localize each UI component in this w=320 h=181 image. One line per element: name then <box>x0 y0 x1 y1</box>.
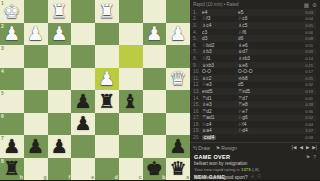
move-row: 4.c3♘f60:06 <box>190 29 316 36</box>
move-time: 0:05 <box>274 23 313 28</box>
piece-black-rook-d5[interactable]: ♜ <box>95 90 119 113</box>
square-c6[interactable] <box>119 113 143 136</box>
square-g3[interactable] <box>24 45 48 68</box>
move-time: 0:11 <box>274 43 313 48</box>
black-move[interactable]: ♖xd5 <box>238 89 274 94</box>
move-number: 15. <box>193 102 202 107</box>
move-number: 6. <box>193 43 202 48</box>
square-g6[interactable] <box>24 113 48 136</box>
white-move[interactable]: ♘f3 <box>202 16 238 21</box>
draw-button[interactable]: ½ Draw <box>193 145 210 151</box>
square-b4[interactable] <box>143 68 167 91</box>
rank-label-8: 8 <box>1 158 4 164</box>
panel-header: Rapid (10 min) • Rated ▦ ⚙ <box>190 0 320 9</box>
square-h8[interactable]: 8h♜ <box>0 158 24 181</box>
move-time: 0:14 <box>274 56 313 61</box>
square-c4[interactable] <box>119 68 143 91</box>
chess-board[interactable]: 1♚♜♜2♟♟♟♟♟34♟♛5♟♜♝6♟7♟♟♟♟8h♜gfedcb♚a♛ <box>0 0 190 180</box>
move-row: 16.♖d2♘e70:36 <box>190 108 316 115</box>
black-move[interactable]: e5 <box>238 10 274 15</box>
black-move[interactable]: d6 <box>238 36 274 41</box>
white-move[interactable]: ♕c2 <box>202 76 238 81</box>
square-b8[interactable]: b♚ <box>143 158 167 181</box>
black-move[interactable]: O-O-O <box>238 69 274 74</box>
result-text: belkart won by resignation <box>194 161 316 166</box>
nav-next-button[interactable]: ▶ <box>306 145 309 150</box>
move-time: 0:41 <box>274 96 313 101</box>
file-label-h: h <box>20 174 23 180</box>
square-f7[interactable]: ♟ <box>48 135 72 158</box>
move-row: 1.e4e50:03 <box>190 9 316 16</box>
flag-icon: ⚑ <box>216 145 220 151</box>
move-row: 6.♘bd2♗e60:11 <box>190 42 316 49</box>
move-number: 2. <box>193 16 202 21</box>
square-f6[interactable] <box>48 113 72 136</box>
move-time: 0:58 <box>274 135 313 140</box>
square-d6[interactable] <box>95 113 119 136</box>
move-number: 4. <box>193 30 202 35</box>
move-time: 0:25 <box>274 76 313 81</box>
rank-label-5: 5 <box>1 90 4 96</box>
square-f8[interactable]: f <box>48 158 72 181</box>
move-time: 0:36 <box>274 109 313 114</box>
move-number: 17. <box>193 115 202 120</box>
square-e7[interactable] <box>71 135 95 158</box>
move-row: 11.♕c2♔b80:25 <box>190 75 316 82</box>
square-c8[interactable]: c <box>119 158 143 181</box>
white-move[interactable]: ♗c4 <box>202 23 238 28</box>
square-d3[interactable] <box>95 45 119 68</box>
move-row: 9.♕xb3♕e60:21 <box>190 62 316 69</box>
square-f3[interactable] <box>48 45 72 68</box>
rank-label-3: 3 <box>1 45 4 51</box>
file-label-b: b <box>162 174 165 180</box>
move-number: 10. <box>193 69 202 74</box>
square-a4[interactable]: ♛ <box>166 68 190 91</box>
rank-label-2: 2 <box>1 23 4 29</box>
black-move[interactable]: ♗xb3 <box>238 56 274 61</box>
move-number: 7. <box>193 49 202 54</box>
move-time: 0:21 <box>274 63 313 68</box>
black-move[interactable]: ♗c5 <box>238 23 274 28</box>
white-move[interactable]: O-O <box>202 69 238 74</box>
move-number: 8. <box>193 56 202 61</box>
square-e2[interactable] <box>71 23 95 46</box>
black-move[interactable]: ♕e6 <box>238 63 274 68</box>
black-move[interactable]: d5 <box>238 82 274 87</box>
move-row: 7.♗b3♕d70:09 <box>190 49 316 56</box>
white-move[interactable]: ♘f1 <box>202 56 238 61</box>
new-rating-value[interactable]: 1279 <box>241 167 251 172</box>
square-a5[interactable] <box>166 90 190 113</box>
square-h6[interactable]: 6 <box>0 113 24 136</box>
piece-black-pawn-g7[interactable]: ♟ <box>24 135 48 158</box>
square-d5[interactable]: ♜ <box>95 90 119 113</box>
move-row: 17.♖ad1♘g60:52 <box>190 115 316 122</box>
square-b2[interactable]: ♟ <box>143 23 167 46</box>
square-c1[interactable] <box>119 0 143 23</box>
square-c5[interactable]: ♝ <box>119 90 143 113</box>
square-h2[interactable]: 2♟ <box>0 23 24 46</box>
white-move[interactable]: cxd4 <box>202 135 238 140</box>
move-time: 0:03 <box>274 10 313 15</box>
file-label-e: e <box>91 174 94 180</box>
square-f5[interactable] <box>48 90 72 113</box>
thumb-up-button[interactable]: ☝ <box>250 174 254 180</box>
square-e5[interactable]: ♟ <box>71 90 95 113</box>
move-time: 0:08 <box>274 36 313 41</box>
move-number: 19. <box>193 128 202 133</box>
square-f2[interactable]: ♟ <box>48 23 72 46</box>
white-move[interactable]: ♖d2 <box>202 109 238 114</box>
square-g4[interactable] <box>24 68 48 91</box>
file-label-f: f <box>69 174 71 180</box>
white-move[interactable]: ♗e3 <box>202 102 238 107</box>
black-move[interactable]: ♕d7 <box>238 49 274 54</box>
square-d1[interactable]: ♜ <box>95 0 119 23</box>
piece-black-bishop-c5[interactable]: ♝ <box>119 90 143 113</box>
square-a3[interactable] <box>166 45 190 68</box>
square-b7[interactable] <box>143 135 167 158</box>
move-number: 18. <box>193 122 202 127</box>
nav-first-button[interactable]: |◀ <box>292 145 297 150</box>
black-move[interactable]: ♘c6 <box>238 16 274 21</box>
move-number: 3. <box>193 23 202 28</box>
white-move[interactable]: ♕a4 <box>202 128 238 133</box>
square-c7[interactable] <box>119 135 143 158</box>
flag-icon[interactable]: ⚑ <box>306 154 310 160</box>
move-number: 20. <box>193 135 202 140</box>
piece-white-pawn-a2[interactable]: ♟ <box>166 23 190 46</box>
rank-label-4: 4 <box>1 68 4 74</box>
piece-white-queen-a4[interactable]: ♛ <box>166 68 190 91</box>
move-time: 0:52 <box>274 115 313 120</box>
move-number: 5. <box>193 36 202 41</box>
square-f4[interactable] <box>48 68 72 91</box>
move-row: 10.O-OO-O-O0:17 <box>190 68 316 75</box>
rank-label-7: 7 <box>1 135 4 141</box>
game-type-label: Rapid (10 min) • Rated <box>193 2 239 7</box>
square-f1[interactable]: ♜ <box>48 0 72 23</box>
half-icon: ½ <box>193 145 197 151</box>
square-e8[interactable]: e <box>71 158 95 181</box>
piece-black-pawn-f7[interactable]: ♟ <box>48 135 72 158</box>
square-g2[interactable]: ♟ <box>24 23 48 46</box>
white-move[interactable]: ♕xb3 <box>202 63 238 68</box>
resign-button[interactable]: ⚑ Resign <box>216 145 237 151</box>
white-move[interactable]: ♗b3 <box>202 49 238 54</box>
black-move[interactable]: ♘g6 <box>238 115 274 120</box>
white-move[interactable]: ♘c4 <box>202 122 238 127</box>
move-row: 14.♖d1♖d70:41 <box>190 95 316 102</box>
file-label-a: a <box>186 174 189 180</box>
move-number: 12. <box>193 82 202 87</box>
white-move[interactable]: ♖d1 <box>202 96 238 101</box>
move-row: 20.cxd40:58 <box>190 134 316 141</box>
square-a1[interactable] <box>166 0 190 23</box>
move-time: 0:28 <box>274 102 313 107</box>
square-g7[interactable]: ♟ <box>24 135 48 158</box>
move-number: 13. <box>193 89 202 94</box>
piece-white-rook-f1[interactable]: ♜ <box>48 0 72 23</box>
square-e6[interactable]: ♟ <box>71 113 95 136</box>
black-move[interactable]: ♘f4 <box>238 122 274 127</box>
square-h1[interactable]: 1♚ <box>0 0 24 23</box>
square-h3[interactable]: 3 <box>0 45 24 68</box>
move-time: 0:09 <box>274 49 313 54</box>
square-b1[interactable] <box>143 0 167 23</box>
square-b5[interactable] <box>143 90 167 113</box>
square-e3[interactable] <box>71 45 95 68</box>
black-move[interactable]: ♘e7 <box>238 109 274 114</box>
square-b3[interactable] <box>143 45 167 68</box>
square-b6[interactable] <box>143 113 167 136</box>
move-row: 12.♘e3d50:32 <box>190 82 316 89</box>
square-h4[interactable]: 4 <box>0 68 24 91</box>
black-move[interactable]: ♖d7 <box>238 96 274 101</box>
square-e1[interactable] <box>71 0 95 23</box>
nav-prev-button[interactable]: ◀ <box>299 145 302 150</box>
white-move[interactable]: ♖ad1 <box>202 115 238 120</box>
file-label-g: g <box>43 174 46 180</box>
thumb-down-button[interactable]: ☟ <box>257 174 261 180</box>
white-move[interactable]: e4 <box>202 10 238 15</box>
move-time: 0:19 <box>274 89 313 94</box>
black-move[interactable]: ♘d4 <box>238 128 274 133</box>
square-c3[interactable] <box>119 45 143 68</box>
square-c2[interactable] <box>119 23 143 46</box>
move-number: 9. <box>193 63 202 68</box>
chess-app: 1♚♜♜2♟♟♟♟♟34♟♛5♟♜♝6♟7♟♟♟♟8h♜gfedcb♚a♛ Ra… <box>0 0 320 180</box>
gear-icon[interactable]: ⚙ <box>312 2 317 8</box>
piece-white-pawn-g2[interactable]: ♟ <box>24 23 48 46</box>
white-move[interactable]: ♘e3 <box>202 82 238 87</box>
square-d4[interactable]: ♟ <box>95 68 119 91</box>
move-number: 14. <box>193 96 202 101</box>
file-label-d: d <box>115 174 118 180</box>
square-d2[interactable] <box>95 23 119 46</box>
file-label-c: c <box>139 174 142 180</box>
square-h7[interactable]: 7♟ <box>0 135 24 158</box>
move-row: 8.♘f1♗xb30:14 <box>190 55 316 62</box>
square-e4[interactable] <box>71 68 95 91</box>
white-move[interactable]: ♘bd2 <box>202 43 238 48</box>
white-move[interactable]: exd5 <box>202 89 238 94</box>
board-icon[interactable]: ▦ <box>304 2 309 8</box>
side-panel: Rapid (10 min) • Rated ▦ ⚙ 1.e4e50:032.♘… <box>190 0 320 180</box>
square-a6[interactable] <box>166 113 190 136</box>
square-a2[interactable]: ♟ <box>166 23 190 46</box>
black-move[interactable]: ♘f6 <box>238 30 274 35</box>
controls-bar: ½ Draw ⚑ Resign |◀ ◀ ▶ ▶| <box>190 142 320 152</box>
piece-black-pawn-a7[interactable]: ♟ <box>166 135 190 158</box>
white-move[interactable]: c3 <box>202 30 238 35</box>
square-g8[interactable]: g <box>24 158 48 181</box>
square-a7[interactable]: ♟ <box>166 135 190 158</box>
move-time: 0:06 <box>274 30 313 35</box>
move-time: 0:44 <box>274 122 313 127</box>
rank-label-6: 6 <box>1 113 4 119</box>
move-time: 0:17 <box>274 69 313 74</box>
move-row: 3.♗c4♗c50:05 <box>190 22 316 29</box>
move-row: 13.exd5♖xd50:19 <box>190 88 316 95</box>
move-list: 1.e4e50:032.♘f3♘c60:043.♗c4♗c50:054.c3♘f… <box>190 9 316 141</box>
move-row: 5.d3d60:08 <box>190 35 316 42</box>
piece-white-pawn-f2[interactable]: ♟ <box>48 23 72 46</box>
move-number: 1. <box>193 10 202 15</box>
move-number: 11. <box>193 76 202 81</box>
move-number: 16. <box>193 109 202 114</box>
square-a8[interactable]: a♛ <box>166 158 190 181</box>
game-over-title: GAME OVER <box>194 154 230 160</box>
rank-label-1: 1 <box>1 0 4 6</box>
move-time: 0:04 <box>274 16 313 21</box>
white-move[interactable]: d3 <box>202 36 238 41</box>
move-time: 0:32 <box>274 82 313 87</box>
black-move[interactable]: ♗e6 <box>238 43 274 48</box>
rating-text: Your new rapid rating is 1279 (-8). <box>194 167 316 172</box>
piece-white-pawn-b2[interactable]: ♟ <box>143 23 167 46</box>
move-row: 19.♕a4♘d41:07 <box>190 128 316 135</box>
square-g1[interactable] <box>24 0 48 23</box>
piece-white-rook-d1[interactable]: ♜ <box>95 0 119 23</box>
piece-white-pawn-d4[interactable]: ♟ <box>95 68 119 91</box>
square-d7[interactable] <box>95 135 119 158</box>
move-row: 2.♘f3♘c60:04 <box>190 16 316 23</box>
square-h5[interactable]: 5 <box>0 90 24 113</box>
square-g5[interactable] <box>24 90 48 113</box>
move-time: 1:07 <box>274 128 313 133</box>
move-row: 18.♘c4♘f40:44 <box>190 121 316 128</box>
black-move[interactable]: ♖e8 <box>238 102 274 107</box>
square-d8[interactable]: d <box>95 158 119 181</box>
piece-black-pawn-e5[interactable]: ♟ <box>71 90 95 113</box>
help-icon[interactable]: ? <box>313 154 316 160</box>
nav-last-button[interactable]: ▶| <box>312 145 317 150</box>
new-game-button[interactable]: NEW GAME <box>194 174 225 180</box>
black-move[interactable]: ♔b8 <box>238 76 274 81</box>
move-row: 15.♗e3♖e80:28 <box>190 101 316 108</box>
piece-black-pawn-e6[interactable]: ♟ <box>71 113 95 136</box>
